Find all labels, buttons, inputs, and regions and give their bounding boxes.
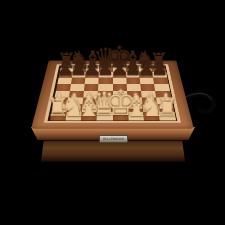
chess-board-squares: ♜♞♝♛♚♝♞♜♟♟♟♟♟♟♟♟♟♟♟♟♟♟♟♟♜♞♝♛♚♝♞♜ — [49, 66, 175, 120]
square-g6[interactable] — [140, 77, 155, 83]
square-b6[interactable] — [71, 77, 86, 83]
piece-white-rook[interactable]: ♜ — [156, 94, 179, 119]
piece-black-pawn[interactable]: ♟ — [152, 58, 169, 77]
square-h7[interactable]: ♟ — [152, 71, 167, 77]
square-h1[interactable]: ♜ — [159, 112, 176, 120]
board-stage: ♜♞♝♛♚♝♞♜♟♟♟♟♟♟♟♟♟♟♟♟♟♟♟♟♜♞♝♛♚♝♞♜ — [0, 0, 225, 225]
square-c6[interactable] — [85, 77, 99, 83]
square-a6[interactable] — [57, 77, 72, 83]
square-h6[interactable] — [153, 77, 168, 83]
chess-computer-scene: MILLENNIUM ♜♞♝♛♚♝♞♜♟♟♟♟♟♟♟♟♟♟♟♟♟♟♟♟♜♞♝♛♚… — [0, 0, 225, 225]
chess-board-frame: ♜♞♝♛♚♝♞♜♟♟♟♟♟♟♟♟♟♟♟♟♟♟♟♟♜♞♝♛♚♝♞♜ — [31, 60, 194, 128]
